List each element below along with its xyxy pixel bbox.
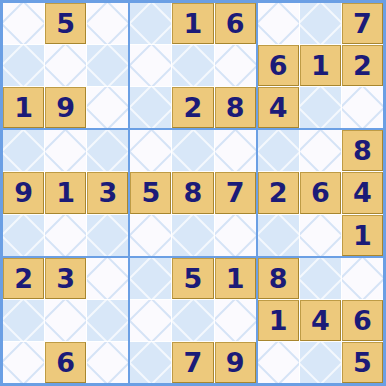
cell-r2c4[interactable]: [130, 45, 171, 86]
cell-r8c3[interactable]: [87, 300, 128, 341]
given-digit: 4: [269, 94, 288, 121]
diamond-icon: [342, 258, 383, 299]
given-digit: 1: [184, 10, 203, 37]
diamond-icon: [172, 215, 213, 256]
given-digit: 6: [226, 10, 245, 37]
cell-r4c2[interactable]: [45, 130, 86, 171]
diamond-icon: [342, 87, 383, 128]
cell-r7c2: 3: [45, 258, 86, 299]
cell-r9c4[interactable]: [130, 342, 171, 383]
given-digit: 8: [226, 94, 245, 121]
cell-r9c8[interactable]: [300, 342, 341, 383]
cell-r1c3[interactable]: [87, 3, 128, 44]
diamond-icon: [87, 258, 128, 299]
cell-r7c4[interactable]: [130, 258, 171, 299]
diamond-icon: [258, 130, 299, 171]
cell-r3c8[interactable]: [300, 87, 341, 128]
cell-r4c5[interactable]: [172, 130, 213, 171]
cell-r1c1[interactable]: [3, 3, 44, 44]
cell-r8c8: 4: [300, 300, 341, 341]
diamond-icon: [3, 130, 44, 171]
sudoku-board: 51916287612491358782641236517981465: [0, 0, 386, 386]
diamond-icon: [45, 130, 86, 171]
cell-r1c5: 1: [172, 3, 213, 44]
given-digit: 1: [56, 179, 75, 206]
cell-r5c8: 6: [300, 172, 341, 213]
cell-r2c5[interactable]: [172, 45, 213, 86]
given-digit: 6: [311, 179, 330, 206]
cell-r2c9: 2: [342, 45, 383, 86]
cell-r2c7: 6: [258, 45, 299, 86]
cell-r8c1[interactable]: [3, 300, 44, 341]
given-digit: 4: [311, 307, 330, 334]
diamond-icon: [300, 130, 341, 171]
box-2-3: 82641: [258, 130, 383, 255]
cell-r8c2[interactable]: [45, 300, 86, 341]
given-digit: 1: [311, 52, 330, 79]
cell-r1c9: 7: [342, 3, 383, 44]
given-digit: 1: [226, 265, 245, 292]
diamond-icon: [172, 130, 213, 171]
cell-r3c1: 1: [3, 87, 44, 128]
box-1-2: 1628: [130, 3, 255, 128]
given-digit: 5: [353, 349, 372, 376]
cell-r2c6[interactable]: [215, 45, 256, 86]
diamond-icon: [130, 87, 171, 128]
cell-r4c1[interactable]: [3, 130, 44, 171]
box-2-1: 913: [3, 130, 128, 255]
box-3-1: 236: [3, 258, 128, 383]
diamond-icon: [87, 215, 128, 256]
given-digit: 7: [226, 179, 245, 206]
given-digit: 3: [56, 265, 75, 292]
diamond-icon: [130, 45, 171, 86]
cell-r8c6[interactable]: [215, 300, 256, 341]
cell-r6c6[interactable]: [215, 215, 256, 256]
diamond-icon: [3, 3, 44, 44]
diamond-icon: [215, 130, 256, 171]
diamond-icon: [300, 342, 341, 383]
diamond-icon: [87, 300, 128, 341]
given-digit: 6: [56, 349, 75, 376]
box-1-1: 519: [3, 3, 128, 128]
cell-r6c3[interactable]: [87, 215, 128, 256]
cell-r2c2[interactable]: [45, 45, 86, 86]
cell-r1c8[interactable]: [300, 3, 341, 44]
given-digit: 1: [14, 94, 33, 121]
given-digit: 7: [353, 10, 372, 37]
diamond-icon: [87, 3, 128, 44]
given-digit: 9: [226, 349, 245, 376]
cell-r3c9[interactable]: [342, 87, 383, 128]
box-3-3: 81465: [258, 258, 383, 383]
given-digit: 2: [353, 52, 372, 79]
diamond-icon: [87, 130, 128, 171]
cell-r2c8: 1: [300, 45, 341, 86]
given-digit: 3: [98, 179, 117, 206]
given-digit: 1: [269, 307, 288, 334]
diamond-icon: [215, 45, 256, 86]
diamond-icon: [130, 3, 171, 44]
cell-r8c7: 1: [258, 300, 299, 341]
diamond-icon: [300, 258, 341, 299]
cell-r9c9: 5: [342, 342, 383, 383]
cell-r4c3[interactable]: [87, 130, 128, 171]
cell-r5c5: 8: [172, 172, 213, 213]
cell-r5c4: 5: [130, 172, 171, 213]
given-digit: 2: [269, 179, 288, 206]
cell-r6c9: 1: [342, 215, 383, 256]
cell-r8c9: 6: [342, 300, 383, 341]
diamond-icon: [3, 45, 44, 86]
given-digit: 5: [56, 10, 75, 37]
diamond-icon: [258, 215, 299, 256]
cell-r5c7: 2: [258, 172, 299, 213]
given-digit: 2: [14, 265, 33, 292]
cell-r1c6: 6: [215, 3, 256, 44]
cell-r8c4[interactable]: [130, 300, 171, 341]
given-digit: 6: [353, 307, 372, 334]
cell-r6c2[interactable]: [45, 215, 86, 256]
given-digit: 5: [141, 179, 160, 206]
cell-r9c1[interactable]: [3, 342, 44, 383]
cell-r2c3[interactable]: [87, 45, 128, 86]
box-3-2: 5179: [130, 258, 255, 383]
diamond-icon: [87, 87, 128, 128]
cell-r5c6: 7: [215, 172, 256, 213]
diamond-icon: [258, 3, 299, 44]
cell-r4c6[interactable]: [215, 130, 256, 171]
cell-r5c2: 1: [45, 172, 86, 213]
given-digit: 2: [184, 94, 203, 121]
cell-r1c2: 5: [45, 3, 86, 44]
cell-r5c9: 4: [342, 172, 383, 213]
given-digit: 5: [184, 265, 203, 292]
diamond-icon: [3, 215, 44, 256]
box-1-3: 76124: [258, 3, 383, 128]
box-2-2: 587: [130, 130, 255, 255]
diamond-icon: [258, 342, 299, 383]
cell-r6c1[interactable]: [3, 215, 44, 256]
cell-r1c4[interactable]: [130, 3, 171, 44]
diamond-icon: [215, 300, 256, 341]
cell-r7c6: 1: [215, 258, 256, 299]
cell-r4c7[interactable]: [258, 130, 299, 171]
cell-r9c7[interactable]: [258, 342, 299, 383]
cell-r7c7: 8: [258, 258, 299, 299]
cell-r6c7[interactable]: [258, 215, 299, 256]
cell-r6c5[interactable]: [172, 215, 213, 256]
diamond-icon: [45, 300, 86, 341]
diamond-icon: [45, 215, 86, 256]
cell-r1c7[interactable]: [258, 3, 299, 44]
given-digit: 1: [353, 222, 372, 249]
given-digit: 7: [184, 349, 203, 376]
diamond-icon: [300, 87, 341, 128]
diamond-icon: [87, 342, 128, 383]
cell-r9c6: 9: [215, 342, 256, 383]
cell-r2c1[interactable]: [3, 45, 44, 86]
cell-r4c4[interactable]: [130, 130, 171, 171]
cell-r3c2: 9: [45, 87, 86, 128]
cell-r3c6: 8: [215, 87, 256, 128]
cell-r6c8[interactable]: [300, 215, 341, 256]
cell-r4c8[interactable]: [300, 130, 341, 171]
diamond-icon: [130, 342, 171, 383]
diamond-icon: [172, 45, 213, 86]
given-digit: 4: [353, 179, 372, 206]
cell-r7c1: 2: [3, 258, 44, 299]
diamond-icon: [130, 300, 171, 341]
cell-r3c4[interactable]: [130, 87, 171, 128]
diamond-icon: [300, 3, 341, 44]
given-digit: 8: [184, 179, 203, 206]
cell-r9c2: 6: [45, 342, 86, 383]
cell-r9c3[interactable]: [87, 342, 128, 383]
diamond-icon: [87, 45, 128, 86]
cell-r7c5: 5: [172, 258, 213, 299]
cell-r3c7: 4: [258, 87, 299, 128]
given-digit: 8: [353, 137, 372, 164]
given-digit: 8: [269, 265, 288, 292]
cell-r7c8[interactable]: [300, 258, 341, 299]
diamond-icon: [3, 300, 44, 341]
diamond-icon: [130, 130, 171, 171]
diamond-icon: [130, 215, 171, 256]
cell-r9c5: 7: [172, 342, 213, 383]
diamond-icon: [130, 258, 171, 299]
cell-r5c3: 3: [87, 172, 128, 213]
cell-r6c4[interactable]: [130, 215, 171, 256]
diamond-icon: [300, 215, 341, 256]
given-digit: 6: [269, 52, 288, 79]
cell-r3c5: 2: [172, 87, 213, 128]
cell-r3c3[interactable]: [87, 87, 128, 128]
diamond-icon: [45, 45, 86, 86]
diamond-icon: [215, 215, 256, 256]
diamond-icon: [3, 342, 44, 383]
given-digit: 9: [56, 94, 75, 121]
cell-r7c3[interactable]: [87, 258, 128, 299]
given-digit: 9: [14, 179, 33, 206]
cell-r4c9: 8: [342, 130, 383, 171]
cell-r7c9[interactable]: [342, 258, 383, 299]
diamond-icon: [172, 300, 213, 341]
cell-r8c5[interactable]: [172, 300, 213, 341]
cell-r5c1: 9: [3, 172, 44, 213]
